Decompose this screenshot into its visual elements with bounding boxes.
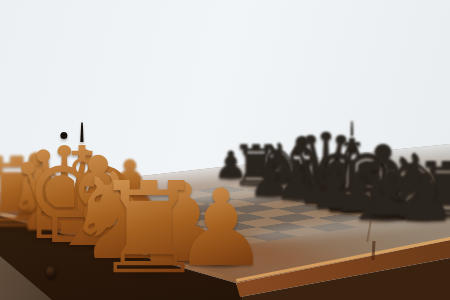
chess-photo-scene: ♟♜♟♞♟♝♟♛♟♚♟♝♟♞♟♜♜♝♞♛♚♝♟♞♜♟♟ [0, 0, 450, 300]
black-pawn-h7[interactable]: ♟ [397, 165, 450, 230]
pawn-glyph: ♟ [397, 165, 450, 230]
rook-glyph: ♜ [92, 166, 205, 292]
white-rook-h1[interactable]: ♜ [92, 166, 205, 292]
